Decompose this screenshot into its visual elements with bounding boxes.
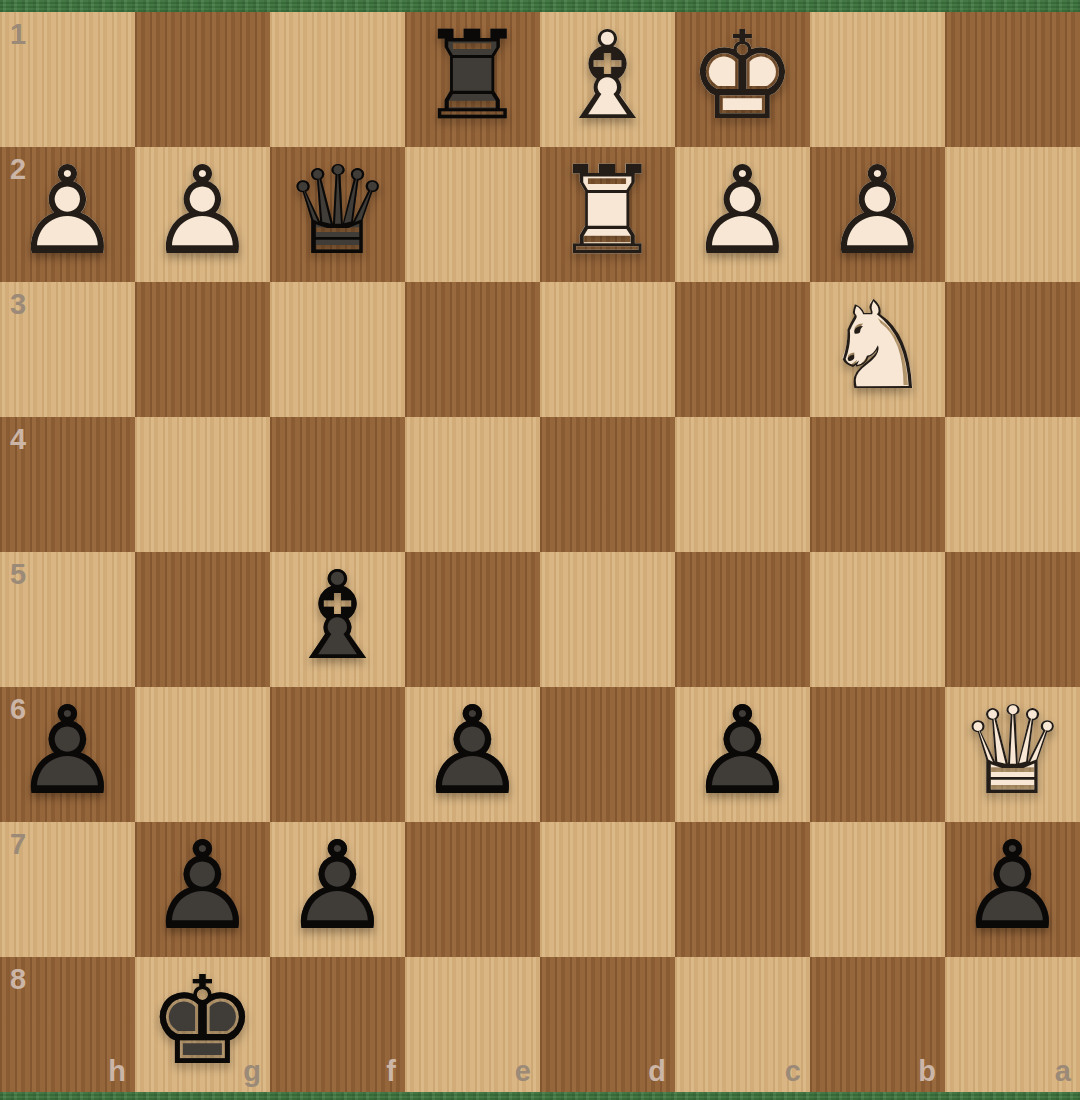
square-b2[interactable]: ♟♙ bbox=[810, 147, 945, 282]
square-b1[interactable] bbox=[810, 12, 945, 147]
square-d7[interactable] bbox=[540, 822, 675, 957]
white-king-icon: ♔ bbox=[675, 12, 810, 143]
bottom-felt-bar bbox=[0, 1092, 1080, 1100]
square-e8[interactable]: e bbox=[405, 957, 540, 1092]
square-b7[interactable] bbox=[810, 822, 945, 957]
white-pawn-icon: ♙ bbox=[0, 147, 135, 278]
square-f2[interactable]: ♛♕ bbox=[270, 147, 405, 282]
square-h8[interactable]: 8h bbox=[0, 957, 135, 1092]
piece-black-bishop[interactable]: ♝♗ bbox=[270, 552, 405, 687]
black-pawn-icon: ♙ bbox=[270, 822, 405, 953]
square-a5[interactable] bbox=[945, 552, 1080, 687]
file-label-h: h bbox=[108, 1057, 126, 1086]
rank-label-1: 1 bbox=[10, 20, 26, 49]
square-c5[interactable] bbox=[675, 552, 810, 687]
square-d4[interactable] bbox=[540, 417, 675, 552]
white-pawn-icon: ♙ bbox=[675, 147, 810, 278]
square-a2[interactable] bbox=[945, 147, 1080, 282]
square-b8[interactable]: b bbox=[810, 957, 945, 1092]
square-h2[interactable]: 2♟♙ bbox=[0, 147, 135, 282]
square-f3[interactable] bbox=[270, 282, 405, 417]
piece-black-queen[interactable]: ♛♕ bbox=[270, 147, 405, 282]
square-g3[interactable] bbox=[135, 282, 270, 417]
square-a6[interactable]: ♛♕ bbox=[945, 687, 1080, 822]
square-a7[interactable]: ♟♙ bbox=[945, 822, 1080, 957]
square-b4[interactable] bbox=[810, 417, 945, 552]
top-felt-bar bbox=[0, 0, 1080, 12]
rank-label-8: 8 bbox=[10, 965, 26, 994]
square-g4[interactable] bbox=[135, 417, 270, 552]
square-e7[interactable] bbox=[405, 822, 540, 957]
square-h7[interactable]: 7 bbox=[0, 822, 135, 957]
white-rook-icon: ♖ bbox=[540, 147, 675, 278]
square-e2[interactable] bbox=[405, 147, 540, 282]
square-d6[interactable] bbox=[540, 687, 675, 822]
piece-black-pawn[interactable]: ♟♙ bbox=[405, 687, 540, 822]
file-label-d: d bbox=[648, 1057, 666, 1086]
square-c8[interactable]: c bbox=[675, 957, 810, 1092]
chess-board: 1♜♖♝♗♚♔2♟♙♟♙♛♕♜♖♟♙♟♙3♞♘45♝♗6♟♙♟♙♟♙♛♕7♟♙♟… bbox=[0, 12, 1080, 1092]
square-e5[interactable] bbox=[405, 552, 540, 687]
piece-black-pawn[interactable]: ♟♙ bbox=[135, 822, 270, 957]
piece-black-pawn[interactable]: ♟♙ bbox=[270, 822, 405, 957]
piece-white-pawn[interactable]: ♟♙ bbox=[0, 147, 135, 282]
square-g2[interactable]: ♟♙ bbox=[135, 147, 270, 282]
white-pawn-icon: ♙ bbox=[135, 147, 270, 278]
square-g5[interactable] bbox=[135, 552, 270, 687]
piece-white-king[interactable]: ♚♔ bbox=[675, 12, 810, 147]
square-c2[interactable]: ♟♙ bbox=[675, 147, 810, 282]
square-g6[interactable] bbox=[135, 687, 270, 822]
file-label-a: a bbox=[1055, 1057, 1071, 1086]
piece-white-pawn[interactable]: ♟♙ bbox=[675, 147, 810, 282]
square-g7[interactable]: ♟♙ bbox=[135, 822, 270, 957]
square-e4[interactable] bbox=[405, 417, 540, 552]
black-pawn-icon: ♙ bbox=[135, 822, 270, 953]
square-c6[interactable]: ♟♙ bbox=[675, 687, 810, 822]
square-g8[interactable]: g♚♔ bbox=[135, 957, 270, 1092]
piece-white-bishop[interactable]: ♝♗ bbox=[540, 12, 675, 147]
white-queen-icon: ♕ bbox=[945, 687, 1080, 818]
black-pawn-icon: ♙ bbox=[945, 822, 1080, 953]
square-h1[interactable]: 1 bbox=[0, 12, 135, 147]
black-bishop-icon: ♗ bbox=[270, 552, 405, 683]
black-rook-icon: ♖ bbox=[405, 12, 540, 143]
piece-black-pawn[interactable]: ♟♙ bbox=[0, 687, 135, 822]
square-a8[interactable]: a bbox=[945, 957, 1080, 1092]
white-pawn-icon: ♙ bbox=[810, 147, 945, 278]
piece-white-knight[interactable]: ♞♘ bbox=[810, 282, 945, 417]
piece-black-rook[interactable]: ♜♖ bbox=[405, 12, 540, 147]
square-d5[interactable] bbox=[540, 552, 675, 687]
black-pawn-icon: ♙ bbox=[675, 687, 810, 818]
rank-label-7: 7 bbox=[10, 830, 26, 859]
square-f5[interactable]: ♝♗ bbox=[270, 552, 405, 687]
square-f1[interactable] bbox=[270, 12, 405, 147]
file-label-f: f bbox=[386, 1057, 396, 1086]
file-label-c: c bbox=[785, 1057, 801, 1086]
piece-black-pawn[interactable]: ♟♙ bbox=[675, 687, 810, 822]
square-h5[interactable]: 5 bbox=[0, 552, 135, 687]
square-h3[interactable]: 3 bbox=[0, 282, 135, 417]
square-g1[interactable] bbox=[135, 12, 270, 147]
white-bishop-icon: ♗ bbox=[540, 12, 675, 143]
square-b5[interactable] bbox=[810, 552, 945, 687]
piece-white-pawn[interactable]: ♟♙ bbox=[135, 147, 270, 282]
square-c7[interactable] bbox=[675, 822, 810, 957]
piece-white-pawn[interactable]: ♟♙ bbox=[810, 147, 945, 282]
square-c4[interactable] bbox=[675, 417, 810, 552]
file-label-b: b bbox=[918, 1057, 936, 1086]
piece-white-queen[interactable]: ♛♕ bbox=[945, 687, 1080, 822]
square-e6[interactable]: ♟♙ bbox=[405, 687, 540, 822]
piece-black-king[interactable]: ♚♔ bbox=[135, 957, 270, 1092]
square-h6[interactable]: 6♟♙ bbox=[0, 687, 135, 822]
rank-label-4: 4 bbox=[10, 425, 26, 454]
square-e3[interactable] bbox=[405, 282, 540, 417]
square-d8[interactable]: d bbox=[540, 957, 675, 1092]
rank-label-3: 3 bbox=[10, 290, 26, 319]
square-a4[interactable] bbox=[945, 417, 1080, 552]
square-f8[interactable]: f bbox=[270, 957, 405, 1092]
file-label-e: e bbox=[515, 1057, 531, 1086]
square-e1[interactable]: ♜♖ bbox=[405, 12, 540, 147]
rank-label-5: 5 bbox=[10, 560, 26, 589]
square-f7[interactable]: ♟♙ bbox=[270, 822, 405, 957]
square-d2[interactable]: ♜♖ bbox=[540, 147, 675, 282]
black-pawn-icon: ♙ bbox=[405, 687, 540, 818]
black-king-icon: ♔ bbox=[135, 957, 270, 1088]
square-c1[interactable]: ♚♔ bbox=[675, 12, 810, 147]
app-window: 1♜♖♝♗♚♔2♟♙♟♙♛♕♜♖♟♙♟♙3♞♘45♝♗6♟♙♟♙♟♙♛♕7♟♙♟… bbox=[0, 0, 1080, 1100]
black-pawn-icon: ♙ bbox=[0, 687, 135, 818]
black-queen-icon: ♕ bbox=[270, 147, 405, 278]
square-a3[interactable] bbox=[945, 282, 1080, 417]
piece-black-pawn[interactable]: ♟♙ bbox=[945, 822, 1080, 957]
square-b3[interactable]: ♞♘ bbox=[810, 282, 945, 417]
square-d1[interactable]: ♝♗ bbox=[540, 12, 675, 147]
piece-white-rook[interactable]: ♜♖ bbox=[540, 147, 675, 282]
square-f4[interactable] bbox=[270, 417, 405, 552]
square-c3[interactable] bbox=[675, 282, 810, 417]
white-knight-icon: ♘ bbox=[810, 282, 945, 413]
square-h4[interactable]: 4 bbox=[0, 417, 135, 552]
square-a1[interactable] bbox=[945, 12, 1080, 147]
square-b6[interactable] bbox=[810, 687, 945, 822]
square-f6[interactable] bbox=[270, 687, 405, 822]
square-d3[interactable] bbox=[540, 282, 675, 417]
